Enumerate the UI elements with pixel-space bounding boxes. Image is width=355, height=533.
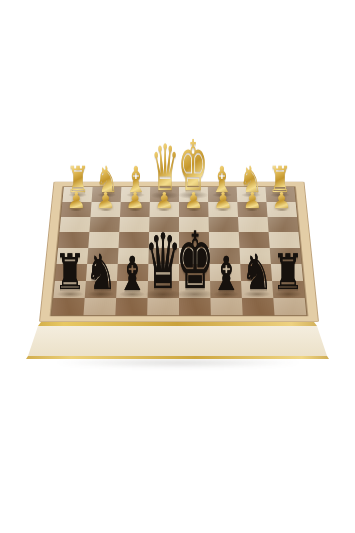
chess-piece-glyph: ♟ [213,191,233,213]
square-b6[interactable] [89,217,120,232]
lacquer-case-front [0,326,355,356]
chess-piece-glyph: ♟ [184,191,204,213]
piece-gold-pawn-c7[interactable]: ♟ [125,191,145,213]
piece-gold-pawn-d7[interactable]: ♟ [154,191,174,213]
chess-piece-glyph: ♟ [67,191,87,213]
chess-piece-glyph: ♟ [242,191,262,213]
square-h6[interactable] [268,217,299,232]
piece-gold-pawn-f7[interactable]: ♟ [213,191,233,213]
chess-piece-glyph: ♟ [96,191,116,213]
piece-gold-pawn-e7[interactable]: ♟ [184,191,204,213]
chess-piece-glyph: ♟ [154,191,174,213]
brass-trim-upper [0,322,355,326]
square-a6[interactable] [60,217,91,232]
piece-gold-pawn-b7[interactable]: ♟ [96,191,116,213]
piece-gold-pawn-h7[interactable]: ♟ [272,191,292,213]
chess-piece-glyph: ♟ [272,191,292,213]
piece-black-rook-h2[interactable]: ♜ [266,249,310,298]
chess-set-photo: ♜♞♝♛♚♝♞♜♟♟♟♟♟♟♟♟♜♞♝♛♚♝♞♜ [0,0,355,533]
pieces-layer: ♜♞♝♛♚♝♞♜♟♟♟♟♟♟♟♟♜♞♝♛♚♝♞♜ [0,0,355,533]
piece-gold-pawn-a7[interactable]: ♟ [67,191,87,213]
piece-gold-pawn-g7[interactable]: ♟ [242,191,262,213]
square-g6[interactable] [238,217,269,232]
brass-trim-lower [0,356,355,359]
chess-piece-glyph: ♟ [125,191,145,213]
floor-shadow [52,359,304,368]
chess-piece-glyph: ♜ [273,249,304,298]
